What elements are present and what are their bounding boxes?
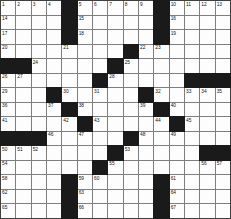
cell-r7c7[interactable]: 31 <box>93 88 107 102</box>
cell-r14c2[interactable] <box>16 190 30 204</box>
cell-r4c14[interactable] <box>200 45 214 59</box>
cell-r2c14[interactable] <box>200 16 214 30</box>
black-cell-r10c3 <box>32 132 46 146</box>
cell-r4c10[interactable]: 22 <box>139 45 153 59</box>
cell-r4c12[interactable] <box>170 45 184 59</box>
clue-number-46: 46 <box>48 132 53 137</box>
cell-r13c8[interactable] <box>108 175 122 189</box>
clue-number-59: 59 <box>79 176 84 181</box>
black-cell-r6c7 <box>93 74 107 88</box>
black-cell-r8c5 <box>62 103 76 117</box>
black-cell-r4c9 <box>124 45 138 59</box>
cell-r7c13[interactable]: 33 <box>185 88 199 102</box>
cell-r4c15[interactable] <box>216 45 230 59</box>
cell-r6c12[interactable] <box>170 74 184 88</box>
cell-r15c3[interactable] <box>32 204 46 218</box>
cell-r1c12[interactable]: 10 <box>170 1 184 15</box>
black-cell-r2c11 <box>154 16 168 30</box>
clue-number-36: 36 <box>2 103 7 108</box>
cell-r11c2[interactable]: 51 <box>16 146 30 160</box>
cell-r2c15[interactable] <box>216 16 230 30</box>
cell-r6c6[interactable] <box>78 74 92 88</box>
cell-r3c1[interactable]: 17 <box>1 30 15 44</box>
cell-r14c13[interactable] <box>185 190 199 204</box>
black-cell-r8c11 <box>154 103 168 117</box>
clue-number-6: 6 <box>94 2 97 7</box>
cell-r7c6[interactable] <box>78 88 92 102</box>
cell-r9c5[interactable]: 42 <box>62 117 76 131</box>
clue-number-38: 38 <box>79 103 84 108</box>
black-cell-r1c5 <box>62 1 76 15</box>
clue-number-45: 45 <box>186 118 191 123</box>
cell-r9c11[interactable]: 44 <box>154 117 168 131</box>
black-cell-r11c14 <box>200 146 214 160</box>
cell-r13c15[interactable] <box>216 175 230 189</box>
clue-number-53: 53 <box>125 147 130 152</box>
black-cell-r3c5 <box>62 30 76 44</box>
black-cell-r12c7 <box>93 161 107 175</box>
black-cell-r10c9 <box>124 132 138 146</box>
cell-r4c13[interactable] <box>185 45 199 59</box>
clue-number-54: 54 <box>2 161 7 166</box>
cell-r9c15[interactable] <box>216 117 230 131</box>
cell-r8c9[interactable] <box>124 103 138 117</box>
cell-r1c10[interactable]: 9 <box>139 1 153 15</box>
cell-r9c10[interactable] <box>139 117 153 131</box>
clue-number-21: 21 <box>63 45 68 50</box>
cell-r8c14[interactable] <box>200 103 214 117</box>
cell-r12c11[interactable] <box>154 161 168 175</box>
cell-r5c5[interactable] <box>62 59 76 73</box>
black-cell-r11c15 <box>216 146 230 160</box>
cell-r13c14[interactable] <box>200 175 214 189</box>
cell-r8c13[interactable] <box>185 103 199 117</box>
cell-r14c14[interactable] <box>200 190 214 204</box>
cell-r1c7[interactable]: 6 <box>93 1 107 15</box>
black-cell-r14c11 <box>154 190 168 204</box>
clue-number-15: 15 <box>79 16 84 21</box>
clue-number-41: 41 <box>2 118 7 123</box>
cell-r2c1[interactable]: 14 <box>1 16 15 30</box>
cell-r12c10[interactable] <box>139 161 153 175</box>
cell-r5c14[interactable] <box>200 59 214 73</box>
cell-r7c11[interactable]: 32 <box>154 88 168 102</box>
clue-number-42: 42 <box>63 118 68 123</box>
cell-r4c4[interactable] <box>47 45 61 59</box>
cell-r5c12[interactable] <box>170 59 184 73</box>
cell-r9c3[interactable] <box>32 117 46 131</box>
cell-r7c9[interactable] <box>124 88 138 102</box>
cell-r7c3[interactable] <box>32 88 46 102</box>
cell-r3c10[interactable] <box>139 30 153 44</box>
clue-number-58: 58 <box>2 176 7 181</box>
cell-r5c15[interactable] <box>216 59 230 73</box>
black-cell-r5c8 <box>108 59 122 73</box>
cell-r15c12[interactable]: 67 <box>170 204 184 218</box>
cell-r14c15[interactable] <box>216 190 230 204</box>
cell-r14c9[interactable] <box>124 190 138 204</box>
cell-r10c7[interactable] <box>93 132 107 146</box>
clue-number-67: 67 <box>171 205 176 210</box>
clue-number-55: 55 <box>109 161 114 166</box>
clue-number-4: 4 <box>48 2 51 7</box>
clue-number-40: 40 <box>171 103 176 108</box>
black-cell-r10c2 <box>16 132 30 146</box>
cell-r1c4[interactable]: 4 <box>47 1 61 15</box>
cell-r14c12[interactable]: 64 <box>170 190 184 204</box>
cell-r3c12[interactable]: 19 <box>170 30 184 44</box>
cell-r10c11[interactable] <box>154 132 168 146</box>
cell-r13c7[interactable]: 60 <box>93 175 107 189</box>
cell-r11c1[interactable]: 50 <box>1 146 15 160</box>
black-cell-r3c11 <box>154 30 168 44</box>
cell-r14c8[interactable] <box>108 190 122 204</box>
cell-r12c6[interactable] <box>78 161 92 175</box>
cell-r1c8[interactable]: 7 <box>108 1 122 15</box>
clue-number-32: 32 <box>155 89 160 94</box>
cell-r6c1[interactable]: 26 <box>1 74 15 88</box>
cell-r10c10[interactable]: 48 <box>139 132 153 146</box>
cell-r5c9[interactable]: 25 <box>124 59 138 73</box>
clue-number-9: 9 <box>140 2 143 7</box>
cell-r10c13[interactable] <box>185 132 199 146</box>
cell-r7c8[interactable] <box>108 88 122 102</box>
cell-r7c15[interactable]: 35 <box>216 88 230 102</box>
clue-number-25: 25 <box>125 60 130 65</box>
cell-r2c7[interactable] <box>93 16 107 30</box>
black-cell-r7c4 <box>47 88 61 102</box>
cell-r2c4[interactable] <box>47 16 61 30</box>
cell-r10c14[interactable] <box>200 132 214 146</box>
cell-r13c9[interactable] <box>124 175 138 189</box>
black-cell-r13c5 <box>62 175 76 189</box>
clue-number-33: 33 <box>186 89 191 94</box>
cell-r9c13[interactable]: 45 <box>185 117 199 131</box>
clue-number-24: 24 <box>33 60 38 65</box>
cell-r12c4[interactable] <box>47 161 61 175</box>
cell-r14c4[interactable] <box>47 190 61 204</box>
cell-r4c5[interactable]: 21 <box>62 45 76 59</box>
cell-r6c8[interactable]: 28 <box>108 74 122 88</box>
black-cell-r7c10 <box>139 88 153 102</box>
cell-r7c2[interactable] <box>16 88 30 102</box>
clue-number-7: 7 <box>109 2 112 7</box>
cell-r10c4[interactable]: 46 <box>47 132 61 146</box>
clue-number-19: 19 <box>171 31 176 36</box>
cell-r4c8[interactable] <box>108 45 122 59</box>
cell-r1c1[interactable]: 1 <box>1 1 15 15</box>
clue-number-26: 26 <box>2 74 7 79</box>
cell-r4c7[interactable] <box>93 45 107 59</box>
cell-r9c14[interactable] <box>200 117 214 131</box>
black-cell-r6c15 <box>216 74 230 88</box>
cell-r5c10[interactable] <box>139 59 153 73</box>
clue-number-8: 8 <box>125 2 128 7</box>
clue-number-14: 14 <box>2 16 7 21</box>
cell-r7c5[interactable]: 30 <box>62 88 76 102</box>
cell-r15c13[interactable] <box>185 204 199 218</box>
cell-r15c15[interactable] <box>216 204 230 218</box>
cell-r11c3[interactable]: 52 <box>32 146 46 160</box>
cell-r4c3[interactable] <box>32 45 46 59</box>
black-cell-r13c11 <box>154 175 168 189</box>
cell-r14c1[interactable]: 62 <box>1 190 15 204</box>
clue-number-30: 30 <box>63 89 68 94</box>
cell-r1c2[interactable]: 2 <box>16 1 30 15</box>
cell-r6c10[interactable] <box>139 74 153 88</box>
black-cell-r11c8 <box>108 146 122 160</box>
cell-r11c11[interactable] <box>154 146 168 160</box>
cell-r13c1[interactable]: 58 <box>1 175 15 189</box>
cell-r12c12[interactable] <box>170 161 184 175</box>
clue-number-65: 65 <box>2 205 7 210</box>
cell-r15c6[interactable]: 66 <box>78 204 92 218</box>
clue-number-60: 60 <box>94 176 99 181</box>
clue-number-56: 56 <box>201 161 206 166</box>
clue-number-62: 62 <box>2 190 7 195</box>
cell-r10c8[interactable] <box>108 132 122 146</box>
black-cell-r2c5 <box>62 16 76 30</box>
cell-r10c6[interactable]: 47 <box>78 132 92 146</box>
cell-r2c10[interactable] <box>139 16 153 30</box>
cell-r11c13[interactable] <box>185 146 199 160</box>
cell-r11c7[interactable] <box>93 146 107 160</box>
cell-r13c12[interactable]: 61 <box>170 175 184 189</box>
cell-r13c2[interactable] <box>16 175 30 189</box>
cell-r2c6[interactable]: 15 <box>78 16 92 30</box>
cell-r1c6[interactable]: 5 <box>78 1 92 15</box>
clue-number-12: 12 <box>201 2 206 7</box>
cell-r3c3[interactable] <box>32 30 46 44</box>
cell-r15c1[interactable]: 65 <box>1 204 15 218</box>
cell-r3c9[interactable] <box>124 30 138 44</box>
black-cell-r14c5 <box>62 190 76 204</box>
cell-r15c4[interactable] <box>47 204 61 218</box>
cell-r6c4[interactable] <box>47 74 61 88</box>
crossword-board: 1234567891011121314151617181920212223242… <box>0 0 231 219</box>
cell-r15c7[interactable] <box>93 204 107 218</box>
cell-r8c2[interactable] <box>16 103 30 117</box>
cell-r4c1[interactable]: 20 <box>1 45 15 59</box>
clue-number-2: 2 <box>17 2 20 7</box>
clue-number-52: 52 <box>33 147 38 152</box>
cell-r3c6[interactable]: 18 <box>78 30 92 44</box>
cell-r12c1[interactable]: 54 <box>1 161 15 175</box>
clue-number-1: 1 <box>2 2 5 7</box>
cell-r9c8[interactable] <box>108 117 122 131</box>
cell-r1c14[interactable]: 12 <box>200 1 214 15</box>
clue-number-37: 37 <box>48 103 53 108</box>
cell-r11c12[interactable] <box>170 146 184 160</box>
black-cell-r9c12 <box>170 117 184 131</box>
cell-r4c6[interactable] <box>78 45 92 59</box>
black-cell-r15c5 <box>62 204 76 218</box>
clue-number-17: 17 <box>2 31 7 36</box>
cell-r4c2[interactable] <box>16 45 30 59</box>
clue-number-31: 31 <box>94 89 99 94</box>
clue-number-35: 35 <box>217 89 222 94</box>
cell-r9c7[interactable]: 43 <box>93 117 107 131</box>
cell-r12c8[interactable]: 55 <box>108 161 122 175</box>
cell-r2c12[interactable]: 16 <box>170 16 184 30</box>
cell-r15c10[interactable] <box>139 204 153 218</box>
cell-r2c2[interactable] <box>16 16 30 30</box>
black-cell-r10c1 <box>1 132 15 146</box>
cell-r5c6[interactable] <box>78 59 92 73</box>
clue-number-23: 23 <box>155 45 160 50</box>
cell-r1c3[interactable]: 3 <box>32 1 46 15</box>
cell-r15c2[interactable] <box>16 204 30 218</box>
cell-r11c9[interactable]: 53 <box>124 146 138 160</box>
clue-number-66: 66 <box>79 205 84 210</box>
cell-r8c8[interactable] <box>108 103 122 117</box>
cell-r14c10[interactable] <box>139 190 153 204</box>
cell-r3c8[interactable] <box>108 30 122 44</box>
cell-r14c3[interactable] <box>32 190 46 204</box>
clue-number-39: 39 <box>140 103 145 108</box>
cell-r2c9[interactable] <box>124 16 138 30</box>
cell-r6c9[interactable] <box>124 74 138 88</box>
cell-r9c1[interactable]: 41 <box>1 117 15 131</box>
cell-r14c7[interactable] <box>93 190 107 204</box>
cell-r8c3[interactable] <box>32 103 46 117</box>
black-cell-r6c14 <box>200 74 214 88</box>
cell-r15c9[interactable] <box>124 204 138 218</box>
cell-r12c5[interactable] <box>62 161 76 175</box>
cell-r7c12[interactable] <box>170 88 184 102</box>
cell-r5c11[interactable] <box>154 59 168 73</box>
clue-number-18: 18 <box>79 31 84 36</box>
cell-r11c5[interactable] <box>62 146 76 160</box>
cell-r8c15[interactable] <box>216 103 230 117</box>
clue-number-50: 50 <box>2 147 7 152</box>
black-cell-r1c11 <box>154 1 168 15</box>
clue-number-61: 61 <box>171 176 176 181</box>
cell-r6c5[interactable] <box>62 74 76 88</box>
cell-r7c14[interactable]: 34 <box>200 88 214 102</box>
clue-number-29: 29 <box>2 89 7 94</box>
cell-r3c2[interactable] <box>16 30 30 44</box>
cell-r9c2[interactable] <box>16 117 30 131</box>
clue-number-28: 28 <box>109 74 114 79</box>
clue-number-11: 11 <box>186 2 191 7</box>
clue-number-3: 3 <box>33 2 36 7</box>
clue-number-64: 64 <box>171 190 176 195</box>
cell-r2c8[interactable] <box>108 16 122 30</box>
black-cell-r6c13 <box>185 74 199 88</box>
clue-number-10: 10 <box>171 2 176 7</box>
clue-number-34: 34 <box>201 89 206 94</box>
cell-r3c4[interactable] <box>47 30 61 44</box>
cell-r1c13[interactable]: 11 <box>185 1 199 15</box>
clue-number-5: 5 <box>79 2 82 7</box>
clue-number-16: 16 <box>171 16 176 21</box>
cell-r8c10[interactable]: 39 <box>139 103 153 117</box>
clue-number-44: 44 <box>155 118 160 123</box>
cell-r11c10[interactable] <box>139 146 153 160</box>
cell-r4c11[interactable]: 23 <box>154 45 168 59</box>
cell-r3c14[interactable] <box>200 30 214 44</box>
clue-number-51: 51 <box>17 147 22 152</box>
cell-r10c12[interactable]: 49 <box>170 132 184 146</box>
cell-r3c13[interactable] <box>185 30 199 44</box>
cell-r7c1[interactable]: 29 <box>1 88 15 102</box>
black-cell-r15c11 <box>154 204 168 218</box>
clue-number-49: 49 <box>171 132 176 137</box>
cell-r3c15[interactable] <box>216 30 230 44</box>
cell-r5c4[interactable] <box>47 59 61 73</box>
cell-r14c6[interactable]: 63 <box>78 190 92 204</box>
cell-r1c9[interactable]: 8 <box>124 1 138 15</box>
clue-number-20: 20 <box>2 45 7 50</box>
cell-r13c6[interactable]: 59 <box>78 175 92 189</box>
cell-r12c2[interactable] <box>16 161 30 175</box>
cell-r9c9[interactable] <box>124 117 138 131</box>
cell-r5c3[interactable]: 24 <box>32 59 46 73</box>
cell-r12c3[interactable] <box>32 161 46 175</box>
cell-r9c4[interactable] <box>47 117 61 131</box>
black-cell-r5c2 <box>16 59 30 73</box>
cell-r8c12[interactable]: 40 <box>170 103 184 117</box>
cell-r13c13[interactable] <box>185 175 199 189</box>
clue-number-43: 43 <box>94 118 99 123</box>
cell-r12c15[interactable]: 57 <box>216 161 230 175</box>
cell-r13c3[interactable] <box>32 175 46 189</box>
black-cell-r5c1 <box>1 59 15 73</box>
cell-r5c13[interactable] <box>185 59 199 73</box>
cell-r8c7[interactable] <box>93 103 107 117</box>
cell-r8c6[interactable]: 38 <box>78 103 92 117</box>
cell-r13c4[interactable] <box>47 175 61 189</box>
clue-number-57: 57 <box>217 161 222 166</box>
cell-r8c1[interactable]: 36 <box>1 103 15 117</box>
black-cell-r9c6 <box>78 117 92 131</box>
cell-r10c5[interactable] <box>62 132 76 146</box>
cell-r11c4[interactable] <box>47 146 61 160</box>
cell-r3c7[interactable] <box>93 30 107 44</box>
clue-number-13: 13 <box>217 2 222 7</box>
cell-r11c6[interactable] <box>78 146 92 160</box>
clue-number-63: 63 <box>79 190 84 195</box>
cell-r6c2[interactable]: 27 <box>16 74 30 88</box>
cell-r8c4[interactable]: 37 <box>47 103 61 117</box>
cell-r12c13[interactable] <box>185 161 199 175</box>
clue-number-48: 48 <box>140 132 145 137</box>
cell-r1c15[interactable]: 13 <box>216 1 230 15</box>
cell-r13c10[interactable] <box>139 175 153 189</box>
cell-r6c3[interactable] <box>32 74 46 88</box>
cell-r15c8[interactable] <box>108 204 122 218</box>
cell-r15c14[interactable] <box>200 204 214 218</box>
cell-r5c7[interactable] <box>93 59 107 73</box>
cell-r2c3[interactable] <box>32 16 46 30</box>
cell-r12c14[interactable]: 56 <box>200 161 214 175</box>
cell-r12c9[interactable] <box>124 161 138 175</box>
cell-r2c13[interactable] <box>185 16 199 30</box>
clue-number-27: 27 <box>17 74 22 79</box>
cell-r10c15[interactable] <box>216 132 230 146</box>
clue-number-22: 22 <box>140 45 145 50</box>
cell-r6c11[interactable] <box>154 74 168 88</box>
clue-number-47: 47 <box>79 132 84 137</box>
